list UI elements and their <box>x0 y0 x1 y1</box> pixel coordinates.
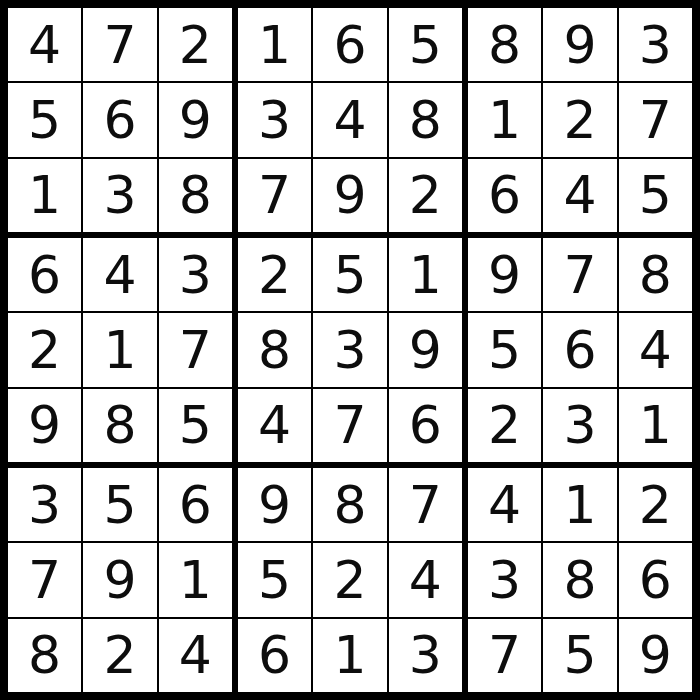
cell-r4c1[interactable]: 6 <box>8 238 81 311</box>
cell-r8c8[interactable]: 8 <box>543 543 616 616</box>
cell-r2c6[interactable]: 8 <box>389 83 462 156</box>
cell-r4c5[interactable]: 5 <box>313 238 386 311</box>
sudoku-box-4: 643217985 <box>8 238 232 462</box>
cell-r7c4[interactable]: 9 <box>238 468 311 541</box>
sudoku-box-8: 987524613 <box>238 468 462 692</box>
cell-r2c7[interactable]: 1 <box>468 83 541 156</box>
cell-r2c9[interactable]: 7 <box>619 83 692 156</box>
sudoku-box-2: 165348792 <box>238 8 462 232</box>
cell-r7c8[interactable]: 1 <box>543 468 616 541</box>
cell-r3c3[interactable]: 8 <box>159 159 232 232</box>
cell-r8c3[interactable]: 1 <box>159 543 232 616</box>
cell-r9c6[interactable]: 3 <box>389 619 462 692</box>
sudoku-box-6: 978564231 <box>468 238 692 462</box>
cell-r6c5[interactable]: 7 <box>313 389 386 462</box>
cell-r2c3[interactable]: 9 <box>159 83 232 156</box>
sudoku-box-9: 412386759 <box>468 468 692 692</box>
cell-r9c2[interactable]: 2 <box>83 619 156 692</box>
cell-r6c3[interactable]: 5 <box>159 389 232 462</box>
cell-r3c4[interactable]: 7 <box>238 159 311 232</box>
cell-r3c6[interactable]: 2 <box>389 159 462 232</box>
cell-r5c7[interactable]: 5 <box>468 313 541 386</box>
cell-r6c7[interactable]: 2 <box>468 389 541 462</box>
cell-r3c1[interactable]: 1 <box>8 159 81 232</box>
cell-r5c6[interactable]: 9 <box>389 313 462 386</box>
cell-r6c2[interactable]: 8 <box>83 389 156 462</box>
cell-r5c4[interactable]: 8 <box>238 313 311 386</box>
cell-r9c5[interactable]: 1 <box>313 619 386 692</box>
cell-r3c2[interactable]: 3 <box>83 159 156 232</box>
cell-r7c6[interactable]: 7 <box>389 468 462 541</box>
cell-r1c2[interactable]: 7 <box>83 8 156 81</box>
cell-r9c7[interactable]: 7 <box>468 619 541 692</box>
sudoku-box-7: 356791824 <box>8 468 232 692</box>
cell-r7c5[interactable]: 8 <box>313 468 386 541</box>
cell-r2c8[interactable]: 2 <box>543 83 616 156</box>
cell-r7c3[interactable]: 6 <box>159 468 232 541</box>
cell-r3c7[interactable]: 6 <box>468 159 541 232</box>
cell-r8c6[interactable]: 4 <box>389 543 462 616</box>
cell-r8c4[interactable]: 5 <box>238 543 311 616</box>
cell-r6c9[interactable]: 1 <box>619 389 692 462</box>
cell-r4c9[interactable]: 8 <box>619 238 692 311</box>
cell-r5c1[interactable]: 2 <box>8 313 81 386</box>
cell-r4c7[interactable]: 9 <box>468 238 541 311</box>
cell-r9c8[interactable]: 5 <box>543 619 616 692</box>
cell-r6c8[interactable]: 3 <box>543 389 616 462</box>
cell-r1c4[interactable]: 1 <box>238 8 311 81</box>
cell-r1c1[interactable]: 4 <box>8 8 81 81</box>
cell-r6c6[interactable]: 6 <box>389 389 462 462</box>
cell-r8c5[interactable]: 2 <box>313 543 386 616</box>
cell-r2c5[interactable]: 4 <box>313 83 386 156</box>
cell-r2c1[interactable]: 5 <box>8 83 81 156</box>
cell-r5c2[interactable]: 1 <box>83 313 156 386</box>
cell-r9c3[interactable]: 4 <box>159 619 232 692</box>
sudoku-board: 4725691381653487928931276456432179852518… <box>0 0 700 700</box>
cell-r1c5[interactable]: 6 <box>313 8 386 81</box>
sudoku-box-1: 472569138 <box>8 8 232 232</box>
cell-r1c6[interactable]: 5 <box>389 8 462 81</box>
cell-r1c8[interactable]: 9 <box>543 8 616 81</box>
cell-r7c2[interactable]: 5 <box>83 468 156 541</box>
cell-r1c9[interactable]: 3 <box>619 8 692 81</box>
cell-r8c2[interactable]: 9 <box>83 543 156 616</box>
cell-r7c1[interactable]: 3 <box>8 468 81 541</box>
cell-r7c9[interactable]: 2 <box>619 468 692 541</box>
cell-r3c8[interactable]: 4 <box>543 159 616 232</box>
cell-r8c9[interactable]: 6 <box>619 543 692 616</box>
cell-r4c3[interactable]: 3 <box>159 238 232 311</box>
cell-r8c7[interactable]: 3 <box>468 543 541 616</box>
cell-r1c7[interactable]: 8 <box>468 8 541 81</box>
cell-r5c5[interactable]: 3 <box>313 313 386 386</box>
sudoku-box-3: 893127645 <box>468 8 692 232</box>
cell-r6c4[interactable]: 4 <box>238 389 311 462</box>
cell-r7c7[interactable]: 4 <box>468 468 541 541</box>
sudoku-box-5: 251839476 <box>238 238 462 462</box>
cell-r4c6[interactable]: 1 <box>389 238 462 311</box>
cell-r1c3[interactable]: 2 <box>159 8 232 81</box>
cell-r5c3[interactable]: 7 <box>159 313 232 386</box>
cell-r3c9[interactable]: 5 <box>619 159 692 232</box>
cell-r4c8[interactable]: 7 <box>543 238 616 311</box>
cell-r8c1[interactable]: 7 <box>8 543 81 616</box>
cell-r5c8[interactable]: 6 <box>543 313 616 386</box>
cell-r9c9[interactable]: 9 <box>619 619 692 692</box>
cell-r4c4[interactable]: 2 <box>238 238 311 311</box>
cell-r9c4[interactable]: 6 <box>238 619 311 692</box>
cell-r4c2[interactable]: 4 <box>83 238 156 311</box>
cell-r3c5[interactable]: 9 <box>313 159 386 232</box>
cell-r2c2[interactable]: 6 <box>83 83 156 156</box>
cell-r5c9[interactable]: 4 <box>619 313 692 386</box>
cell-r9c1[interactable]: 8 <box>8 619 81 692</box>
cell-r6c1[interactable]: 9 <box>8 389 81 462</box>
cell-r2c4[interactable]: 3 <box>238 83 311 156</box>
